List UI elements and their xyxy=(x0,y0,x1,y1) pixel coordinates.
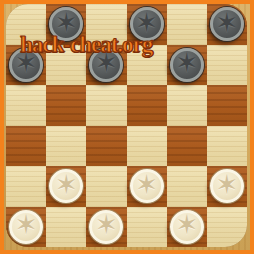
square-r5c3[interactable] xyxy=(127,207,167,248)
square-r4c2[interactable] xyxy=(86,166,126,207)
star-icon: ✶ xyxy=(135,172,158,199)
light-piece[interactable]: ✶ xyxy=(130,169,164,203)
square-r2c5[interactable] xyxy=(207,85,247,126)
square-r3c5[interactable] xyxy=(207,126,247,167)
square-r5c0[interactable]: ✶ xyxy=(6,207,46,248)
light-piece[interactable]: ✶ xyxy=(170,210,204,244)
star-icon: ✶ xyxy=(55,172,78,199)
star-icon: ✶ xyxy=(216,10,239,37)
dark-piece[interactable]: ✶ xyxy=(210,7,244,41)
square-r1c4[interactable]: ✶ xyxy=(167,45,207,86)
square-r2c1[interactable] xyxy=(46,85,86,126)
star-icon: ✶ xyxy=(216,172,239,199)
square-r3c0[interactable] xyxy=(6,126,46,167)
star-icon: ✶ xyxy=(95,212,118,239)
square-r3c1[interactable] xyxy=(46,126,86,167)
square-r5c2[interactable]: ✶ xyxy=(86,207,126,248)
star-icon: ✶ xyxy=(175,50,198,77)
light-piece[interactable]: ✶ xyxy=(89,210,123,244)
light-piece[interactable]: ✶ xyxy=(9,210,43,244)
square-r4c3[interactable]: ✶ xyxy=(127,166,167,207)
square-r3c4[interactable] xyxy=(167,126,207,167)
square-r2c4[interactable] xyxy=(167,85,207,126)
watermark: hack-cheat.org xyxy=(20,32,152,58)
square-r2c3[interactable] xyxy=(127,85,167,126)
square-r3c2[interactable] xyxy=(86,126,126,167)
square-r4c5[interactable]: ✶ xyxy=(207,166,247,207)
light-piece[interactable]: ✶ xyxy=(49,169,83,203)
square-r5c4[interactable]: ✶ xyxy=(167,207,207,248)
square-r4c4[interactable] xyxy=(167,166,207,207)
light-piece[interactable]: ✶ xyxy=(210,169,244,203)
square-r2c2[interactable] xyxy=(86,85,126,126)
star-icon: ✶ xyxy=(175,212,198,239)
square-r0c4[interactable] xyxy=(167,4,207,45)
square-r4c1[interactable]: ✶ xyxy=(46,166,86,207)
square-r5c1[interactable] xyxy=(46,207,86,248)
square-r1c5[interactable] xyxy=(207,45,247,86)
square-r0c5[interactable]: ✶ xyxy=(207,4,247,45)
square-r2c0[interactable] xyxy=(6,85,46,126)
square-r4c0[interactable] xyxy=(6,166,46,207)
star-icon: ✶ xyxy=(15,212,38,239)
square-r3c3[interactable] xyxy=(127,126,167,167)
dark-piece[interactable]: ✶ xyxy=(170,48,204,82)
app-frame: ✶✶✶✶✶✶✶✶✶✶✶✶ hack-cheat.org xyxy=(0,0,254,254)
